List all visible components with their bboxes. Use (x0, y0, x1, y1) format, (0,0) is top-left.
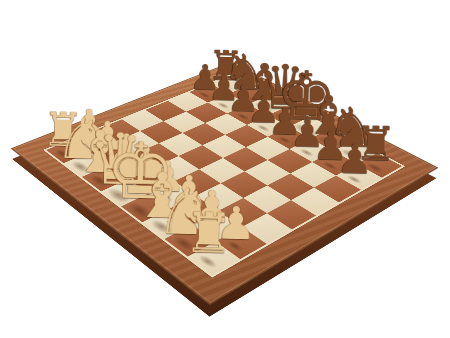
chess-set-photo: ♜♞♝♛♚♝♞♜♟♟♟♟♟♟♟♟♟♟♟♟♟♟♟♟♜♞♝♛♚♝♞♜ (0, 0, 450, 338)
chess-board: ♜♞♝♛♚♝♞♜♟♟♟♟♟♟♟♟♟♟♟♟♟♟♟♟♜♞♝♛♚♝♞♜ (11, 62, 439, 305)
